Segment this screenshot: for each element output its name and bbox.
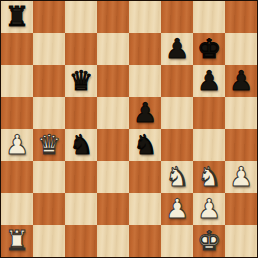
piece-white-pawn[interactable]: ♟ <box>165 193 189 225</box>
square-f3[interactable]: ♞ <box>161 161 193 193</box>
square-c8[interactable] <box>65 1 97 33</box>
square-f5[interactable] <box>161 97 193 129</box>
square-b3[interactable] <box>33 161 65 193</box>
square-a8[interactable]: ♜ <box>1 1 33 33</box>
square-h5[interactable] <box>225 97 257 129</box>
square-b2[interactable] <box>33 193 65 225</box>
square-d4[interactable] <box>97 129 129 161</box>
square-g4[interactable] <box>193 129 225 161</box>
square-a2[interactable] <box>1 193 33 225</box>
square-c3[interactable] <box>65 161 97 193</box>
piece-white-pawn[interactable]: ♟ <box>197 193 221 225</box>
piece-black-pawn[interactable]: ♟ <box>133 97 157 129</box>
square-b6[interactable] <box>33 65 65 97</box>
square-e2[interactable] <box>129 193 161 225</box>
square-c1[interactable] <box>65 225 97 257</box>
square-g5[interactable] <box>193 97 225 129</box>
square-b7[interactable] <box>33 33 65 65</box>
square-d8[interactable] <box>97 1 129 33</box>
square-e5[interactable]: ♟ <box>129 97 161 129</box>
piece-black-knight[interactable]: ♞ <box>69 129 93 161</box>
square-f2[interactable]: ♟ <box>161 193 193 225</box>
piece-black-pawn[interactable]: ♟ <box>229 65 253 97</box>
square-a7[interactable] <box>1 33 33 65</box>
square-h6[interactable]: ♟ <box>225 65 257 97</box>
piece-black-rook[interactable]: ♜ <box>5 1 29 33</box>
piece-black-queen[interactable]: ♛ <box>69 65 93 97</box>
square-h4[interactable] <box>225 129 257 161</box>
square-f7[interactable]: ♟ <box>161 33 193 65</box>
square-b8[interactable] <box>33 1 65 33</box>
square-a5[interactable] <box>1 97 33 129</box>
piece-black-knight[interactable]: ♞ <box>133 129 157 161</box>
square-c7[interactable] <box>65 33 97 65</box>
square-a4[interactable]: ♟ <box>1 129 33 161</box>
square-f8[interactable] <box>161 1 193 33</box>
square-d1[interactable] <box>97 225 129 257</box>
square-b1[interactable] <box>33 225 65 257</box>
square-b5[interactable] <box>33 97 65 129</box>
square-c4[interactable]: ♞ <box>65 129 97 161</box>
piece-white-pawn[interactable]: ♟ <box>229 161 253 193</box>
square-d7[interactable] <box>97 33 129 65</box>
piece-white-queen[interactable]: ♛ <box>37 129 61 161</box>
square-h3[interactable]: ♟ <box>225 161 257 193</box>
piece-white-king[interactable]: ♚ <box>197 225 221 257</box>
square-d6[interactable] <box>97 65 129 97</box>
square-g6[interactable]: ♟ <box>193 65 225 97</box>
square-g3[interactable]: ♞ <box>193 161 225 193</box>
piece-white-pawn[interactable]: ♟ <box>5 129 29 161</box>
piece-white-knight[interactable]: ♞ <box>197 161 221 193</box>
square-g8[interactable] <box>193 1 225 33</box>
square-e4[interactable]: ♞ <box>129 129 161 161</box>
square-b4[interactable]: ♛ <box>33 129 65 161</box>
square-h2[interactable] <box>225 193 257 225</box>
square-d5[interactable] <box>97 97 129 129</box>
square-e7[interactable] <box>129 33 161 65</box>
chess-board: ♜♟♚♛♟♟♟♟♛♞♞♞♞♟♟♟♜♚ <box>1 1 257 257</box>
piece-black-pawn[interactable]: ♟ <box>197 65 221 97</box>
square-c5[interactable] <box>65 97 97 129</box>
square-e1[interactable] <box>129 225 161 257</box>
chess-board-frame: ♜♟♚♛♟♟♟♟♛♞♞♞♞♟♟♟♜♚ <box>0 0 258 258</box>
square-a1[interactable]: ♜ <box>1 225 33 257</box>
square-e3[interactable] <box>129 161 161 193</box>
square-a6[interactable] <box>1 65 33 97</box>
square-g2[interactable]: ♟ <box>193 193 225 225</box>
square-h7[interactable] <box>225 33 257 65</box>
square-f1[interactable] <box>161 225 193 257</box>
square-h1[interactable] <box>225 225 257 257</box>
square-d3[interactable] <box>97 161 129 193</box>
square-d2[interactable] <box>97 193 129 225</box>
square-f4[interactable] <box>161 129 193 161</box>
piece-black-king[interactable]: ♚ <box>197 33 221 65</box>
square-g7[interactable]: ♚ <box>193 33 225 65</box>
piece-black-pawn[interactable]: ♟ <box>165 33 189 65</box>
square-a3[interactable] <box>1 161 33 193</box>
square-e6[interactable] <box>129 65 161 97</box>
square-g1[interactable]: ♚ <box>193 225 225 257</box>
square-h8[interactable] <box>225 1 257 33</box>
piece-white-rook[interactable]: ♜ <box>5 225 29 257</box>
piece-white-knight[interactable]: ♞ <box>165 161 189 193</box>
square-f6[interactable] <box>161 65 193 97</box>
square-e8[interactable] <box>129 1 161 33</box>
square-c2[interactable] <box>65 193 97 225</box>
square-c6[interactable]: ♛ <box>65 65 97 97</box>
